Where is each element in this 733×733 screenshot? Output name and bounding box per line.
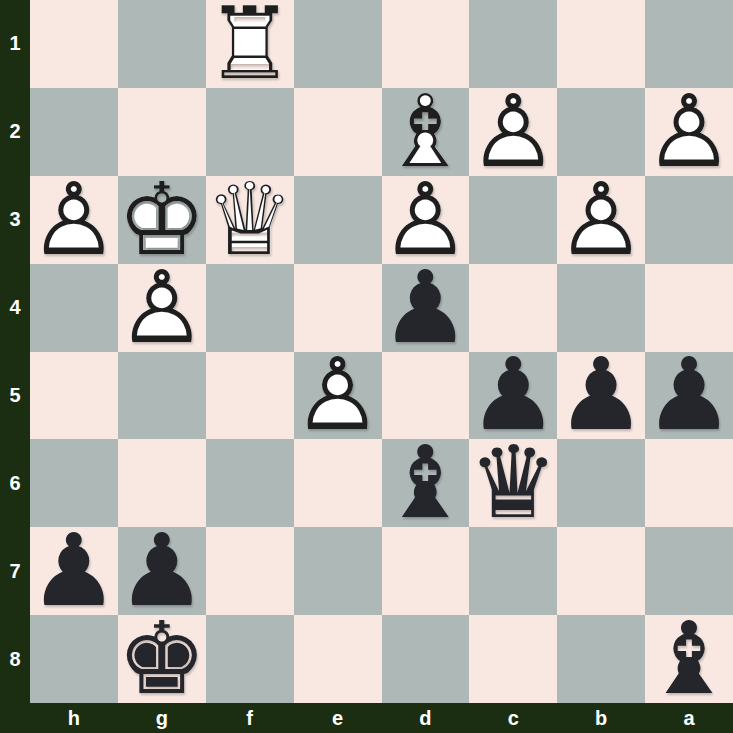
square-f4[interactable] [206,264,294,352]
black-pawn-glyph: ♟ [382,264,470,352]
square-e3[interactable] [294,176,382,264]
piece-black-king[interactable]: ♚ [118,615,206,703]
piece-white-pawn[interactable]: ♟♙ [469,88,557,176]
square-f7[interactable] [206,527,294,615]
square-a2[interactable]: ♟♙ [645,88,733,176]
piece-white-pawn[interactable]: ♟♙ [645,88,733,176]
square-b3[interactable]: ♟♙ [557,176,645,264]
square-h7[interactable]: ♟ [30,527,118,615]
square-c3[interactable] [469,176,557,264]
square-g5[interactable] [118,352,206,440]
rank-label-3: 3 [0,176,30,264]
square-g1[interactable] [118,0,206,88]
white-pawn-outline-glyph: ♙ [557,176,645,264]
square-a5[interactable]: ♟ [645,352,733,440]
piece-black-pawn[interactable]: ♟ [557,352,645,440]
rank-label-1: 1 [0,0,30,88]
rank-label-6: 6 [0,439,30,527]
square-e8[interactable] [294,615,382,703]
rank-label-4: 4 [0,264,30,352]
white-pawn-outline-glyph: ♙ [30,176,118,264]
rank-label-8: 8 [0,615,30,703]
square-b8[interactable] [557,615,645,703]
square-c7[interactable] [469,527,557,615]
piece-white-pawn[interactable]: ♟♙ [557,176,645,264]
square-e7[interactable] [294,527,382,615]
square-f5[interactable] [206,352,294,440]
square-c2[interactable]: ♟♙ [469,88,557,176]
file-label-f: f [206,703,294,733]
file-label-h: h [30,703,118,733]
square-a3[interactable] [645,176,733,264]
white-pawn-outline-glyph: ♙ [294,352,382,440]
black-queen-glyph: ♛ [469,439,557,527]
frame-corner [0,703,30,733]
square-e2[interactable] [294,88,382,176]
white-pawn-outline-glyph: ♙ [118,264,206,352]
black-bishop-glyph: ♝ [382,439,470,527]
square-f6[interactable] [206,439,294,527]
square-d6[interactable]: ♝ [382,439,470,527]
black-pawn-glyph: ♟ [645,352,733,440]
white-queen-outline-glyph: ♕ [206,176,294,264]
square-f8[interactable] [206,615,294,703]
white-pawn-outline-glyph: ♙ [645,88,733,176]
piece-black-bishop[interactable]: ♝ [382,439,470,527]
square-g8[interactable]: ♚ [118,615,206,703]
file-label-e: e [294,703,382,733]
square-h8[interactable] [30,615,118,703]
square-e5[interactable]: ♟♙ [294,352,382,440]
black-king-glyph: ♚ [118,615,206,703]
rank-label-5: 5 [0,352,30,440]
square-f3[interactable]: ♛♕ [206,176,294,264]
black-pawn-glyph: ♟ [557,352,645,440]
chess-board[interactable]: ♜♖♝♗♟♙♟♙♟♙♚♔♛♕♟♙♟♙♟♙♟♟♙♟♟♟♝♛♟♟♚♝ [30,0,733,703]
piece-black-bishop[interactable]: ♝ [645,615,733,703]
rank-label-7: 7 [0,527,30,615]
square-c6[interactable]: ♛ [469,439,557,527]
piece-white-pawn[interactable]: ♟♙ [118,264,206,352]
square-d4[interactable]: ♟ [382,264,470,352]
square-h4[interactable] [30,264,118,352]
square-c8[interactable] [469,615,557,703]
square-d7[interactable] [382,527,470,615]
black-bishop-glyph: ♝ [645,615,733,703]
piece-black-pawn[interactable]: ♟ [30,527,118,615]
square-e1[interactable] [294,0,382,88]
square-b5[interactable]: ♟ [557,352,645,440]
file-label-b: b [557,703,645,733]
black-pawn-glyph: ♟ [30,527,118,615]
chess-board-frame: 12345678 ♜♖♝♗♟♙♟♙♟♙♚♔♛♕♟♙♟♙♟♙♟♟♙♟♟♟♝♛♟♟♚… [0,0,733,733]
square-h3[interactable]: ♟♙ [30,176,118,264]
file-label-d: d [382,703,470,733]
square-b6[interactable] [557,439,645,527]
square-d8[interactable] [382,615,470,703]
square-h1[interactable] [30,0,118,88]
piece-black-queen[interactable]: ♛ [469,439,557,527]
piece-white-queen[interactable]: ♛♕ [206,176,294,264]
piece-white-pawn[interactable]: ♟♙ [30,176,118,264]
file-label-c: c [469,703,557,733]
piece-white-rook[interactable]: ♜♖ [206,0,294,88]
square-b7[interactable] [557,527,645,615]
square-b1[interactable] [557,0,645,88]
square-g4[interactable]: ♟♙ [118,264,206,352]
piece-white-pawn[interactable]: ♟♙ [294,352,382,440]
square-h5[interactable] [30,352,118,440]
white-rook-outline-glyph: ♖ [206,0,294,88]
square-f1[interactable]: ♜♖ [206,0,294,88]
square-e6[interactable] [294,439,382,527]
square-a6[interactable] [645,439,733,527]
rank-labels: 12345678 [0,0,30,703]
piece-black-pawn[interactable]: ♟ [382,264,470,352]
white-pawn-outline-glyph: ♙ [469,88,557,176]
rank-label-2: 2 [0,88,30,176]
square-a8[interactable]: ♝ [645,615,733,703]
piece-black-pawn[interactable]: ♟ [645,352,733,440]
